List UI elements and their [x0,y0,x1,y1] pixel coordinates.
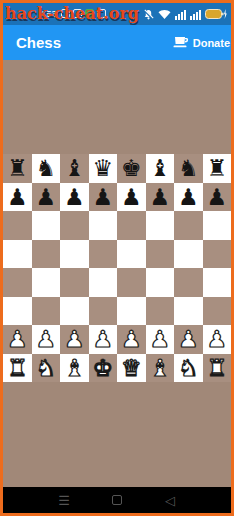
black-knight[interactable]: ♞ [178,154,199,183]
wifi-icon [158,9,171,20]
menu-icon[interactable]: ☰ [57,494,71,507]
cup-icon [173,35,190,50]
board-square[interactable] [203,268,232,297]
black-knight[interactable]: ♞ [35,154,56,183]
board-square[interactable]: ♟ [3,183,32,212]
black-pawn[interactable]: ♟ [178,183,199,212]
board-square[interactable]: ♞ [32,154,61,183]
board-square[interactable]: ♟ [174,183,203,212]
board-square[interactable]: ♟ [146,325,175,354]
white-pawn[interactable]: ♟ [121,325,142,354]
black-king[interactable]: ♚ [121,154,142,183]
black-pawn[interactable]: ♟ [35,183,56,212]
board-square[interactable] [60,211,89,240]
board-square[interactable]: ♟ [60,183,89,212]
board-square[interactable]: ♜ [3,154,32,183]
board-square[interactable] [117,211,146,240]
white-rook[interactable]: ♜ [7,354,28,383]
board-square[interactable] [117,268,146,297]
board-square[interactable] [3,240,32,269]
board-square[interactable] [146,268,175,297]
board-square[interactable] [89,268,118,297]
charging-bolt-icon [224,9,227,19]
board-square[interactable]: ♝ [60,354,89,383]
board-square[interactable]: ♜ [3,354,32,383]
board-square[interactable] [174,211,203,240]
board-square[interactable] [3,268,32,297]
board-square[interactable]: ♟ [203,183,232,212]
board-square[interactable] [117,297,146,326]
board-square[interactable] [174,268,203,297]
white-pawn[interactable]: ♟ [64,325,85,354]
donate-button[interactable]: Donate [173,25,230,60]
board-square[interactable] [146,211,175,240]
black-pawn[interactable]: ♟ [64,183,85,212]
white-king[interactable]: ♚ [92,354,113,383]
board-square[interactable]: ♟ [32,325,61,354]
white-knight[interactable]: ♞ [178,354,199,383]
board-square[interactable]: ♟ [203,325,232,354]
black-rook[interactable]: ♜ [7,154,28,183]
page-title: Chess [16,34,61,51]
mute-bell-icon [143,9,154,20]
board-square[interactable] [117,240,146,269]
white-bishop[interactable]: ♝ [64,354,85,383]
android-nav-bar: ☰ ◁ [3,487,231,513]
watermark: hack-cheat.org [5,4,139,23]
board-square[interactable]: ♟ [89,183,118,212]
board-square[interactable] [89,211,118,240]
board-square[interactable]: ♝ [146,354,175,383]
white-bishop[interactable]: ♝ [149,354,170,383]
white-pawn[interactable]: ♟ [149,325,170,354]
board-square[interactable] [32,268,61,297]
black-queen[interactable]: ♛ [92,154,113,183]
board-square[interactable] [32,297,61,326]
board-square[interactable] [89,240,118,269]
white-knight[interactable]: ♞ [35,354,56,383]
board-square[interactable]: ♟ [174,325,203,354]
black-pawn[interactable]: ♟ [149,183,170,212]
app-bar: Chess Donate [3,25,231,60]
board-square[interactable]: ♚ [117,154,146,183]
board-square[interactable] [146,297,175,326]
home-icon[interactable] [112,495,122,505]
board-square[interactable] [32,240,61,269]
board-square[interactable]: ♞ [174,354,203,383]
board-square[interactable] [60,268,89,297]
signal-bars-icon [190,9,201,20]
donate-label: Donate [193,37,230,49]
white-pawn[interactable]: ♟ [178,325,199,354]
board-square[interactable]: ♟ [32,183,61,212]
white-pawn[interactable]: ♟ [92,325,113,354]
board-square[interactable] [174,297,203,326]
board-square[interactable]: ♟ [3,325,32,354]
status-right-icons [143,6,227,22]
board-square[interactable] [3,297,32,326]
phone-screen: 4:53 [0,0,234,516]
white-pawn[interactable]: ♟ [35,325,56,354]
white-queen[interactable]: ♛ [121,354,142,383]
board-square[interactable]: ♜ [203,154,232,183]
board-square[interactable] [203,297,232,326]
black-pawn[interactable]: ♟ [92,183,113,212]
signal-bars-icon [175,9,186,20]
battery-icon [205,8,227,20]
black-pawn[interactable]: ♟ [121,183,142,212]
board-square[interactable]: ♟ [117,183,146,212]
board-square[interactable] [146,240,175,269]
board-square[interactable]: ♜ [203,354,232,383]
board-square[interactable] [203,211,232,240]
board-square[interactable]: ♛ [89,154,118,183]
board-square[interactable] [60,297,89,326]
board-square[interactable]: ♟ [89,325,118,354]
white-rook[interactable]: ♜ [206,354,227,383]
board-square[interactable]: ♛ [117,354,146,383]
black-pawn[interactable]: ♟ [206,183,227,212]
back-icon[interactable]: ◁ [163,494,177,507]
black-rook[interactable]: ♜ [206,154,227,183]
white-pawn[interactable]: ♟ [206,325,227,354]
board-square[interactable] [89,297,118,326]
board-square[interactable] [32,211,61,240]
board-square[interactable]: ♞ [174,154,203,183]
black-bishop[interactable]: ♝ [64,154,85,183]
board-square[interactable]: ♞ [32,354,61,383]
board-square[interactable] [60,240,89,269]
board-square[interactable]: ♟ [60,325,89,354]
chess-board[interactable]: ♜♞♝♛♚♝♞♜♟♟♟♟♟♟♟♟♟♟♟♟♟♟♟♟♜♞♝♚♛♝♞♜ [3,154,231,382]
board-square[interactable]: ♟ [146,183,175,212]
black-pawn[interactable]: ♟ [7,183,28,212]
board-square[interactable] [203,240,232,269]
board-square[interactable]: ♝ [146,154,175,183]
board-square[interactable]: ♝ [60,154,89,183]
board-square[interactable]: ♟ [117,325,146,354]
board-square[interactable] [174,240,203,269]
board-square[interactable] [3,211,32,240]
board-square[interactable]: ♚ [89,354,118,383]
black-bishop[interactable]: ♝ [149,154,170,183]
white-pawn[interactable]: ♟ [7,325,28,354]
